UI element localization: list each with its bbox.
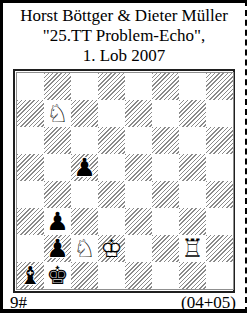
square-f2: [152, 235, 179, 262]
square-f7: [152, 100, 179, 127]
black-pawn-b3: ♟: [44, 208, 71, 235]
square-a5: [17, 154, 44, 181]
square-b8: [44, 73, 71, 100]
square-e5: [125, 154, 152, 181]
chess-problem-card: Horst Böttger & Dieter Müller "25.TT Pro…: [0, 0, 247, 313]
square-b6: [44, 127, 71, 154]
square-g5: [179, 154, 206, 181]
square-g4: [179, 181, 206, 208]
square-f6: [152, 127, 179, 154]
square-h4: [206, 181, 233, 208]
square-a1: ♝: [17, 262, 44, 289]
square-b5: [44, 154, 71, 181]
white-king-d2: ♚♔: [98, 235, 125, 262]
square-e2: [125, 235, 152, 262]
square-g6: [179, 127, 206, 154]
square-h2: [206, 235, 233, 262]
square-c8: [71, 73, 98, 100]
square-e3: [125, 208, 152, 235]
square-c2: ♞♘: [71, 235, 98, 262]
board-frame: ♞♘♟♟♟♞♘♚♔♜♖♝♚: [13, 69, 235, 293]
square-h6: [206, 127, 233, 154]
square-c1: [71, 262, 98, 289]
square-f3: [152, 208, 179, 235]
square-c3: [71, 208, 98, 235]
black-bishop-a1: ♝: [17, 262, 44, 289]
problem-tournament: "25.TT Problem-Echo",: [3, 26, 245, 46]
square-b2: ♟: [44, 235, 71, 262]
square-e1: [125, 262, 152, 289]
square-b7: ♞♘: [44, 100, 71, 127]
black-pawn-b2: ♟: [44, 235, 71, 262]
square-d8: [98, 73, 125, 100]
problem-authors: Horst Böttger & Dieter Müller: [3, 6, 245, 26]
square-g1: [179, 262, 206, 289]
square-b4: [44, 181, 71, 208]
white-knight-b7: ♞♘: [44, 100, 71, 127]
square-a4: [17, 181, 44, 208]
square-f1: [152, 262, 179, 289]
square-b1: ♚: [44, 262, 71, 289]
piece-count: (04+05): [181, 294, 236, 312]
square-e7: [125, 100, 152, 127]
square-e6: [125, 127, 152, 154]
square-d3: [98, 208, 125, 235]
problem-award: 1. Lob 2007: [3, 46, 245, 66]
square-d7: [98, 100, 125, 127]
square-g7: [179, 100, 206, 127]
problem-caption: 9# (04+05): [3, 293, 245, 312]
square-e4: [125, 181, 152, 208]
square-g8: [179, 73, 206, 100]
square-c4: [71, 181, 98, 208]
square-a6: [17, 127, 44, 154]
square-a3: [17, 208, 44, 235]
square-d1: [98, 262, 125, 289]
square-a8: [17, 73, 44, 100]
square-h5: [206, 154, 233, 181]
square-h3: [206, 208, 233, 235]
square-g3: [179, 208, 206, 235]
square-e8: [125, 73, 152, 100]
square-h7: [206, 100, 233, 127]
square-g2: ♜♖: [179, 235, 206, 262]
square-d5: [98, 154, 125, 181]
black-pawn-c5: ♟: [71, 154, 98, 181]
square-c5: ♟: [71, 154, 98, 181]
square-a7: [17, 100, 44, 127]
square-d6: [98, 127, 125, 154]
square-f4: [152, 181, 179, 208]
square-h8: [206, 73, 233, 100]
white-rook-g2: ♜♖: [179, 235, 206, 262]
black-king-b1: ♚: [44, 262, 71, 289]
board: ♞♘♟♟♟♞♘♚♔♜♖♝♚: [16, 72, 234, 290]
stipulation: 9#: [10, 294, 27, 312]
white-knight-c2: ♞♘: [71, 235, 98, 262]
square-f8: [152, 73, 179, 100]
square-b3: ♟: [44, 208, 71, 235]
square-f5: [152, 154, 179, 181]
square-c6: [71, 127, 98, 154]
square-d2: ♚♔: [98, 235, 125, 262]
square-a2: [17, 235, 44, 262]
problem-header: Horst Böttger & Dieter Müller "25.TT Pro…: [3, 3, 245, 66]
square-h1: [206, 262, 233, 289]
square-d4: [98, 181, 125, 208]
square-c7: [71, 100, 98, 127]
